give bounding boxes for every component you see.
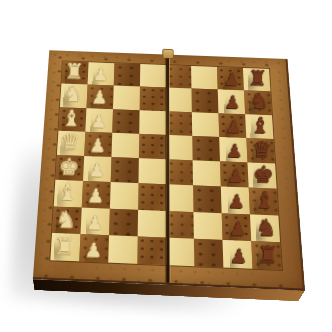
square-r2-c5 [192, 112, 219, 137]
square-r7-c2 [108, 235, 137, 264]
square-r1-c4 [166, 88, 193, 112]
piece-dark-knight: ♞ [249, 90, 269, 112]
chess-box: ♜♟♟♜♞♟♟♞♝♟♟♝♛♟♟♛♚♟♟♚♝♟♟♝♞♟♟♞♜♟♟♜ [34, 58, 302, 296]
square-r3-c7: ♛ [246, 138, 275, 164]
square-r1-c2 [113, 86, 140, 110]
piece-white-pawn: ♟ [90, 136, 107, 155]
square-r6-c7: ♞ [250, 214, 280, 242]
square-r1-c0: ♞ [60, 84, 87, 108]
square-r5-c1: ♟ [82, 181, 111, 208]
piece-white-pawn: ♟ [87, 187, 104, 206]
square-r2-c2 [112, 109, 139, 134]
piece-dark-knight: ♞ [255, 216, 277, 240]
piece-white-king: ♚ [59, 156, 80, 179]
square-r5-c2 [110, 182, 138, 209]
square-r2-c6: ♟ [219, 113, 247, 138]
square-r4-c5 [193, 160, 221, 186]
square-r5-c0: ♝ [54, 180, 83, 207]
square-r7-c6: ♟ [223, 240, 253, 269]
piece-dark-pawn: ♟ [227, 192, 245, 211]
square-r7-c3 [137, 236, 166, 265]
square-r6-c0: ♞ [52, 206, 82, 234]
square-r7-c0: ♜ [50, 233, 80, 262]
square-r2-c0: ♝ [59, 107, 87, 132]
square-r7-c1: ♟ [79, 234, 109, 263]
square-r3-c5 [193, 136, 221, 162]
square-r0-c4 [166, 65, 192, 89]
square-r5-c5 [193, 186, 222, 213]
square-r1-c3 [139, 87, 165, 111]
clasp-latch [162, 49, 173, 59]
square-r1-c6: ♟ [218, 90, 245, 114]
square-r6-c2 [109, 208, 138, 236]
piece-white-knight: ♞ [64, 83, 84, 105]
piece-dark-rook: ♜ [256, 243, 278, 268]
piece-white-rook: ♜ [65, 61, 85, 83]
square-r7-c5 [194, 239, 223, 268]
piece-white-pawn: ♟ [85, 240, 103, 260]
piece-dark-pawn: ♟ [225, 117, 242, 136]
square-r0-c7: ♜ [243, 68, 270, 92]
square-r7-c4 [166, 237, 195, 266]
square-r1-c7: ♞ [244, 91, 272, 115]
piece-dark-pawn: ♟ [224, 93, 241, 111]
piece-dark-pawn: ♟ [227, 166, 244, 185]
piece-dark-bishop: ♝ [254, 189, 276, 213]
square-r1-c5 [192, 89, 219, 113]
square-r4-c4 [166, 159, 194, 185]
square-r0-c5 [191, 66, 218, 90]
piece-dark-queen: ♛ [251, 138, 272, 161]
square-r0-c3 [140, 64, 166, 88]
square-r1-c1: ♟ [86, 85, 113, 109]
square-r4-c3 [138, 158, 166, 184]
piece-white-bishop: ♝ [62, 107, 82, 130]
piece-dark-pawn: ♟ [229, 246, 247, 266]
square-r0-c0: ♜ [61, 61, 88, 84]
square-r7-c7: ♜ [251, 241, 281, 270]
board-top-face: ♜♟♟♜♞♟♟♞♝♟♟♝♛♟♟♛♚♟♟♚♝♟♟♝♞♟♟♞♜♟♟♜ [33, 50, 305, 290]
square-r6-c5 [194, 212, 223, 240]
square-r5-c7: ♝ [249, 188, 278, 215]
square-r3-c6: ♟ [220, 137, 248, 163]
square-r5-c6: ♟ [221, 187, 250, 214]
piece-dark-pawn: ♟ [223, 70, 239, 88]
square-r6-c1: ♟ [80, 207, 109, 235]
product-photo: ♜♟♟♜♞♟♟♞♝♟♟♝♛♟♟♛♚♟♟♚♝♟♟♝♞♟♟♞♜♟♟♜ [0, 0, 332, 332]
square-r3-c2 [111, 133, 139, 159]
piece-white-rook: ♜ [54, 235, 76, 259]
square-r6-c6: ♟ [222, 213, 251, 241]
piece-dark-pawn: ♟ [228, 219, 246, 239]
board-scene: ♜♟♟♜♞♟♟♞♝♟♟♝♛♟♟♛♚♟♟♚♝♟♟♝♞♟♟♞♜♟♟♜ [42, 44, 292, 294]
square-r2-c1: ♟ [85, 108, 113, 133]
square-r4-c0: ♚ [55, 155, 84, 181]
square-r4-c2 [110, 157, 138, 183]
square-r4-c1: ♟ [83, 156, 111, 182]
piece-white-queen: ♛ [61, 131, 82, 154]
square-r6-c3 [137, 209, 165, 237]
square-r3-c1: ♟ [84, 132, 112, 158]
piece-white-pawn: ♟ [92, 88, 109, 106]
square-r6-c4 [166, 211, 195, 239]
piece-dark-rook: ♜ [248, 68, 268, 90]
square-r0-c6: ♟ [217, 67, 244, 91]
square-r0-c1: ♟ [87, 62, 114, 85]
square-r2-c4 [166, 111, 193, 136]
piece-white-bishop: ♝ [58, 181, 79, 205]
piece-dark-king: ♚ [252, 163, 273, 186]
square-r4-c7: ♚ [248, 162, 277, 188]
square-r0-c2 [114, 63, 140, 86]
piece-white-pawn: ♟ [86, 213, 104, 233]
piece-dark-pawn: ♟ [226, 141, 243, 160]
piece-dark-bishop: ♝ [250, 114, 271, 137]
piece-white-pawn: ♟ [91, 112, 108, 131]
piece-white-pawn: ♟ [89, 161, 106, 180]
square-r5-c4 [166, 184, 194, 211]
square-r2-c3 [139, 110, 166, 135]
square-r5-c3 [138, 183, 166, 210]
square-r3-c3 [138, 134, 165, 160]
piece-white-knight: ♞ [56, 207, 78, 231]
square-r4-c6: ♟ [220, 161, 249, 187]
square-r3-c0: ♛ [57, 131, 85, 156]
square-r2-c7: ♝ [245, 114, 273, 139]
square-r3-c4 [166, 135, 193, 161]
piece-white-pawn: ♟ [93, 66, 109, 84]
